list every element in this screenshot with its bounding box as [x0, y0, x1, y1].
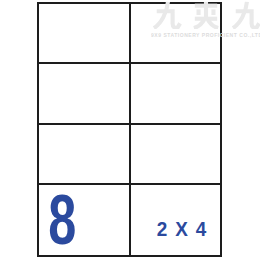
grid-layout-label: 2 X 4 — [157, 217, 208, 241]
logo-char-cheng-icon — [190, 1, 222, 29]
logo-char-jiu2-icon — [230, 1, 260, 29]
labels-count-number: 8 — [39, 185, 76, 255]
label-cell-r4c2: 2 X 4 — [131, 185, 221, 255]
label-cell-r2c1 — [39, 64, 129, 122]
label-cell-r3c1 — [39, 125, 129, 183]
label-sheet-grid: 8 2 X 4 — [37, 2, 222, 257]
brand-subtext: 9X9 STATIONERY PROFICIENT CO.,LTD — [151, 32, 252, 38]
label-sheet-product-image: 8 2 X 4 — [0, 0, 260, 260]
label-cell-r2c2 — [131, 64, 221, 122]
label-cell-r1c1 — [39, 4, 129, 62]
logo-char-jiu-icon — [151, 1, 183, 29]
label-cell-r4c1: 8 — [39, 185, 129, 255]
brand-watermark: 九乘九 9X9 STATIONERY PROFICIENT CO.,LTD — [151, 1, 260, 38]
label-cell-r3c2 — [131, 125, 221, 183]
brand-logo-glyphs: 九乘九 — [151, 1, 260, 29]
